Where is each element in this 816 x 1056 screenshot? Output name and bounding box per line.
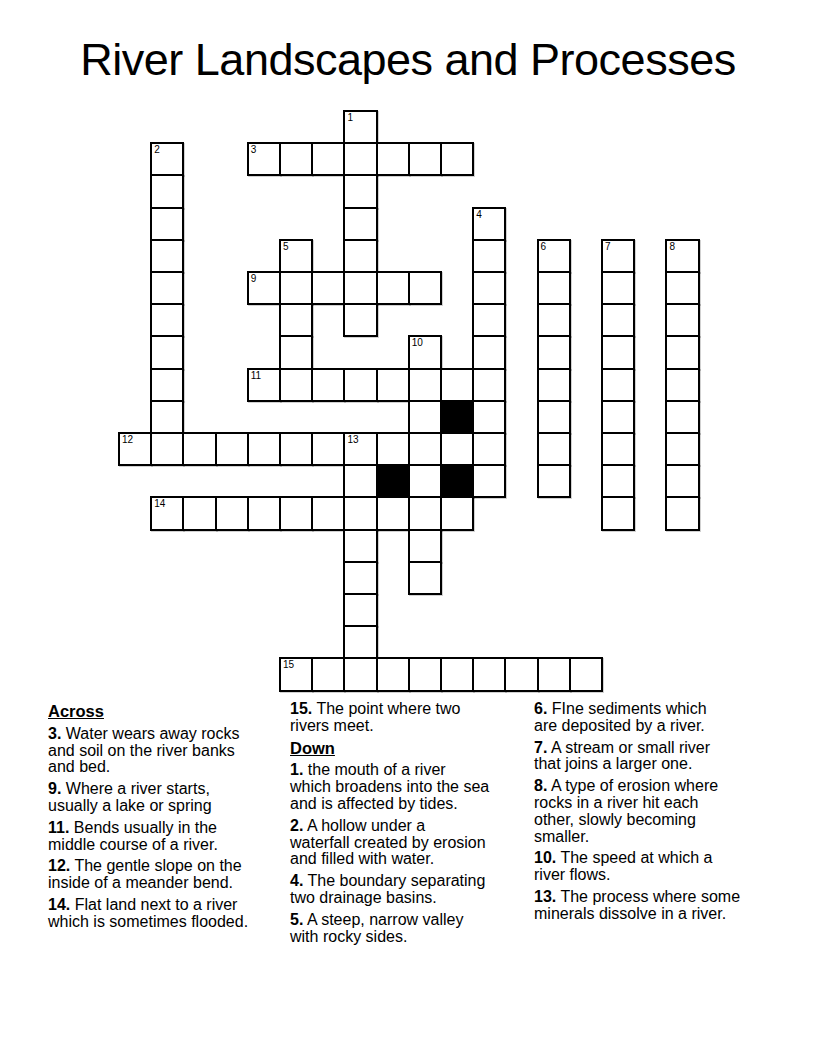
grid-cell-r17c9[interactable] — [408, 657, 442, 691]
grid-cell-r11c7[interactable] — [343, 464, 377, 498]
clue-across-3: 3. Water wears away rocks and soil on th… — [48, 726, 282, 776]
page: River Landscapes and Processes 123456789… — [0, 0, 816, 1056]
cell-number-5: 5 — [283, 241, 289, 252]
grid-cell-r10c6[interactable] — [311, 432, 345, 466]
clue-text: The point where two rivers meet. — [290, 700, 460, 734]
grid-cell-r8c11[interactable] — [472, 368, 506, 402]
clue-number: 8. — [534, 777, 547, 794]
cell-number-4: 4 — [476, 209, 482, 220]
grid-cell-r7c15[interactable] — [601, 335, 635, 369]
grid-cell-r12c4[interactable] — [247, 496, 281, 530]
cell-number-7: 7 — [605, 241, 611, 252]
cell-number-8: 8 — [669, 241, 675, 252]
cell-number-2: 2 — [154, 144, 160, 155]
clue-text: Flat land next to a river which is somet… — [48, 896, 248, 930]
grid-cell-r6c7[interactable] — [343, 303, 377, 337]
grid-cell-r17c5[interactable]: 15 — [279, 657, 313, 691]
grid-cell-r12c17[interactable] — [665, 496, 699, 530]
grid-cell-r5c1[interactable] — [150, 271, 184, 305]
grid-cell-r7c11[interactable] — [472, 335, 506, 369]
grid-cell-r5c17[interactable] — [665, 271, 699, 305]
cell-number-3: 3 — [251, 144, 257, 155]
grid-cell-r2c1[interactable] — [150, 174, 184, 208]
clue-text: A stream or small river that joins a lar… — [534, 739, 710, 773]
grid-cell-r3c7[interactable] — [343, 207, 377, 241]
grid-cell-r8c17[interactable] — [665, 368, 699, 402]
grid-cell-r8c10[interactable] — [440, 368, 474, 402]
grid-cell-r17c11[interactable] — [472, 657, 506, 691]
grid-cell-r13c9[interactable] — [408, 529, 442, 563]
clue-down-5: 5. A steep, narrow valley with rocky sid… — [290, 912, 532, 946]
clue-number: 15. — [290, 700, 312, 717]
grid-cell-r16c7[interactable] — [343, 625, 377, 659]
grid-cell-r8c9[interactable] — [408, 368, 442, 402]
clue-number: 13. — [534, 888, 556, 905]
grid-cell-r5c15[interactable] — [601, 271, 635, 305]
black-cell — [376, 464, 410, 498]
grid-cell-r3c1[interactable] — [150, 207, 184, 241]
grid-cell-r10c7[interactable]: 13 — [343, 432, 377, 466]
grid-cell-r11c9[interactable] — [408, 464, 442, 498]
clue-number: 3. — [48, 725, 61, 742]
clue-number: 11. — [48, 819, 69, 836]
grid-cell-r4c15[interactable]: 7 — [601, 239, 635, 273]
grid-cell-r17c12[interactable] — [504, 657, 538, 691]
grid-cell-r17c10[interactable] — [440, 657, 474, 691]
grid-cell-r1c1[interactable]: 2 — [150, 142, 184, 176]
grid-cell-r5c9[interactable] — [408, 271, 442, 305]
grid-cell-r10c1[interactable] — [150, 432, 184, 466]
grid-cell-r10c2[interactable] — [182, 432, 216, 466]
grid-cell-r13c7[interactable] — [343, 529, 377, 563]
grid-cell-r10c8[interactable] — [376, 432, 410, 466]
grid-cell-r5c7[interactable] — [343, 271, 377, 305]
grid-cell-r4c13[interactable]: 6 — [537, 239, 571, 273]
clue-across-12: 12. The gentle slope on the inside of a … — [48, 858, 282, 892]
clue-text: A type of erosion where rocks in a river… — [534, 777, 718, 844]
grid-cell-r5c13[interactable] — [537, 271, 571, 305]
grid-cell-r12c15[interactable] — [601, 496, 635, 530]
clue-text: The gentle slope on the inside of a mean… — [48, 857, 242, 891]
grid-cell-r10c13[interactable] — [537, 432, 571, 466]
grid-cell-r12c2[interactable] — [182, 496, 216, 530]
grid-cell-r6c5[interactable] — [279, 303, 313, 337]
grid-cell-r1c7[interactable] — [343, 142, 377, 176]
clue-down-6: 6. FIne sediments which are deposited by… — [534, 701, 778, 735]
clue-number: 4. — [290, 872, 303, 889]
grid-cell-r17c13[interactable] — [537, 657, 571, 691]
clue-text: The speed at which a river flows. — [534, 849, 713, 883]
clue-number: 9. — [48, 780, 61, 797]
clue-text: Bends usually in the middle course of a … — [48, 819, 218, 853]
clue-number: 2. — [290, 817, 303, 834]
clue-across-14: 14. Flat land next to a river which is s… — [48, 897, 282, 931]
clue-text: A steep, narrow valley with rocky sides. — [290, 911, 463, 945]
black-cell — [440, 464, 474, 498]
grid-cell-r9c15[interactable] — [601, 400, 635, 434]
cell-number-11: 11 — [251, 370, 261, 381]
across-header: Across — [48, 703, 282, 720]
grid-cell-r6c11[interactable] — [472, 303, 506, 337]
grid-cell-r12c6[interactable] — [311, 496, 345, 530]
grid-cell-r12c8[interactable] — [376, 496, 410, 530]
grid-cell-r8c15[interactable] — [601, 368, 635, 402]
grid-cell-r4c7[interactable] — [343, 239, 377, 273]
clue-across-11: 11. Bends usually in the middle course o… — [48, 820, 282, 854]
grid-cell-r12c5[interactable] — [279, 496, 313, 530]
cell-number-10: 10 — [412, 337, 423, 348]
clue-text: Water wears away rocks and soil on the r… — [48, 725, 239, 776]
grid-cell-r12c9[interactable] — [408, 496, 442, 530]
clue-number: 14. — [48, 896, 70, 913]
clue-text: The process where some minerals dissolve… — [534, 888, 740, 922]
grid-cell-r10c4[interactable] — [247, 432, 281, 466]
clue-text: The boundary separating two drainage bas… — [290, 872, 485, 906]
grid-cell-r6c17[interactable] — [665, 303, 699, 337]
grid-cell-r12c1[interactable]: 14 — [150, 496, 184, 530]
clue-number: 7. — [534, 739, 547, 756]
grid-cell-r9c11[interactable] — [472, 400, 506, 434]
grid-cell-r5c6[interactable] — [311, 271, 345, 305]
grid-cell-r12c7[interactable] — [343, 496, 377, 530]
grid-cell-r9c1[interactable] — [150, 400, 184, 434]
grid-cell-r8c7[interactable] — [343, 368, 377, 402]
grid-cell-r5c5[interactable] — [279, 271, 313, 305]
grid-cell-r8c4[interactable]: 11 — [247, 368, 281, 402]
cell-number-12: 12 — [122, 434, 133, 445]
grid-cell-r10c11[interactable] — [472, 432, 506, 466]
clue-text: Where a river starts, usually a lake or … — [48, 780, 212, 814]
grid-cell-r17c7[interactable] — [343, 657, 377, 691]
grid-cell-r11c11[interactable] — [472, 464, 506, 498]
grid-cell-r7c5[interactable] — [279, 335, 313, 369]
grid-cell-r14c7[interactable] — [343, 561, 377, 595]
grid-cell-r4c17[interactable]: 8 — [665, 239, 699, 273]
clue-down-8: 8. A type of erosion where rocks in a ri… — [534, 778, 778, 845]
clue-number: 1. — [290, 761, 303, 778]
clue-text: FIne sediments which are deposited by a … — [534, 700, 707, 734]
grid-cell-r12c10[interactable] — [440, 496, 474, 530]
grid-cell-r1c5[interactable] — [279, 142, 313, 176]
grid-cell-r1c6[interactable] — [311, 142, 345, 176]
clue-number: 12. — [48, 857, 70, 874]
clue-down-7: 7. A stream or small river that joins a … — [534, 740, 778, 774]
clues-column-2: 15. The point where two rivers meet.Down… — [290, 701, 532, 950]
grid-cell-r8c1[interactable] — [150, 368, 184, 402]
grid-cell-r5c4[interactable]: 9 — [247, 271, 281, 305]
grid-cell-r7c13[interactable] — [537, 335, 571, 369]
grid-cell-r7c17[interactable] — [665, 335, 699, 369]
grid-cell-r8c13[interactable] — [537, 368, 571, 402]
clue-across-15: 15. The point where two rivers meet. — [290, 701, 532, 735]
clue-down-1: 1. the mouth of a river which broadens i… — [290, 762, 532, 812]
clue-number: 10. — [534, 849, 556, 866]
grid-cell-r5c8[interactable] — [376, 271, 410, 305]
page-title: River Landscapes and Processes — [0, 32, 816, 88]
cell-number-6: 6 — [541, 241, 547, 252]
grid-cell-r9c17[interactable] — [665, 400, 699, 434]
clue-down-2: 2. A hollow under a waterfall created by… — [290, 818, 532, 868]
grid-cell-r12c3[interactable] — [215, 496, 249, 530]
clue-number: 6. — [534, 700, 547, 717]
clue-number: 5. — [290, 911, 303, 928]
grid-cell-r11c13[interactable] — [537, 464, 571, 498]
grid-cell-r1c8[interactable] — [376, 142, 410, 176]
black-cell — [440, 400, 474, 434]
clue-across-9: 9. Where a river starts, usually a lake … — [48, 781, 282, 815]
down-header: Down — [290, 740, 532, 757]
crossword-grid: 123456789101112131415 — [118, 110, 700, 692]
clues-column-3: 6. FIne sediments which are deposited by… — [534, 701, 778, 928]
cell-number-15: 15 — [283, 659, 294, 670]
clue-text: the mouth of a river which broadens into… — [290, 761, 489, 812]
grid-cell-r0c7[interactable]: 1 — [343, 110, 377, 144]
grid-cell-r2c7[interactable] — [343, 174, 377, 208]
grid-cell-r10c9[interactable] — [408, 432, 442, 466]
clue-down-10: 10. The speed at which a river flows. — [534, 850, 778, 884]
grid-cell-r10c5[interactable] — [279, 432, 313, 466]
grid-cell-r17c8[interactable] — [376, 657, 410, 691]
grid-cell-r8c5[interactable] — [279, 368, 313, 402]
grid-cell-r8c8[interactable] — [376, 368, 410, 402]
grid-cell-r17c6[interactable] — [311, 657, 345, 691]
grid-cell-r4c5[interactable]: 5 — [279, 239, 313, 273]
grid-cell-r10c15[interactable] — [601, 432, 635, 466]
grid-cell-r6c15[interactable] — [601, 303, 635, 337]
clues-column-1: Across3. Water wears away rocks and soil… — [48, 701, 282, 936]
grid-cell-r1c9[interactable] — [408, 142, 442, 176]
cell-number-9: 9 — [251, 273, 257, 284]
clue-down-4: 4. The boundary separating two drainage … — [290, 873, 532, 907]
grid-cell-r4c1[interactable] — [150, 239, 184, 273]
grid-cell-r10c3[interactable] — [215, 432, 249, 466]
grid-cell-r9c9[interactable] — [408, 400, 442, 434]
grid-cell-r11c17[interactable] — [665, 464, 699, 498]
cell-number-1: 1 — [347, 112, 353, 123]
grid-cell-r7c9[interactable]: 10 — [408, 335, 442, 369]
grid-cell-r6c13[interactable] — [537, 303, 571, 337]
cell-number-14: 14 — [154, 498, 165, 509]
clue-down-13: 13. The process where some minerals diss… — [534, 889, 778, 923]
grid-cell-r5c11[interactable] — [472, 271, 506, 305]
grid-cell-r10c17[interactable] — [665, 432, 699, 466]
cell-number-13: 13 — [347, 434, 358, 445]
grid-cell-r1c4[interactable]: 3 — [247, 142, 281, 176]
grid-cell-r10c0[interactable]: 12 — [118, 432, 152, 466]
grid-cell-r1c10[interactable] — [440, 142, 474, 176]
grid-cell-r10c10[interactable] — [440, 432, 474, 466]
grid-cell-r9c13[interactable] — [537, 400, 571, 434]
grid-cell-r3c11[interactable]: 4 — [472, 207, 506, 241]
grid-cell-r6c1[interactable] — [150, 303, 184, 337]
grid-cell-r15c7[interactable] — [343, 593, 377, 627]
grid-cell-r11c15[interactable] — [601, 464, 635, 498]
grid-cell-r14c9[interactable] — [408, 561, 442, 595]
grid-cell-r7c1[interactable] — [150, 335, 184, 369]
grid-cell-r8c6[interactable] — [311, 368, 345, 402]
clue-text: A hollow under a waterfall created by er… — [290, 817, 486, 868]
grid-cell-r17c14[interactable] — [569, 657, 603, 691]
grid-cell-r4c11[interactable] — [472, 239, 506, 273]
